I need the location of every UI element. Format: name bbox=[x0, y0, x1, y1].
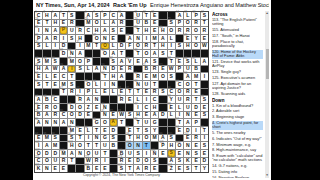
grid-cell[interactable]: 3A bbox=[52, 12, 59, 19]
grid-cell[interactable]: D bbox=[159, 112, 166, 119]
grid-cell[interactable]: T bbox=[201, 20, 208, 27]
grid-cell[interactable]: 47L bbox=[192, 58, 199, 65]
grid-cell[interactable]: I bbox=[101, 158, 108, 165]
grid-cell[interactable]: 83W bbox=[118, 112, 125, 119]
grid-cell[interactable]: 40M bbox=[68, 58, 75, 65]
grid-cell[interactable]: 53E bbox=[35, 73, 42, 80]
grid-cell[interactable]: 90L bbox=[85, 127, 92, 134]
grid-cell[interactable]: T bbox=[151, 81, 158, 88]
crossword-grid[interactable]: 1C2H3A4T5S6A7S8P9C10A11U12T13E14A15L16P1… bbox=[35, 12, 208, 172]
grid-cell[interactable]: A bbox=[52, 27, 59, 34]
grid-cell[interactable]: L bbox=[176, 104, 183, 111]
grid-cell[interactable]: 56A bbox=[184, 73, 191, 80]
grid-cell[interactable]: O bbox=[68, 112, 75, 119]
grid-cell[interactable]: 38M bbox=[43, 58, 50, 65]
grid-cell[interactable]: Z bbox=[85, 104, 92, 111]
down-clue-16[interactable]: 16. Negative Boolean operator bbox=[212, 176, 263, 178]
grid-cell[interactable]: M bbox=[151, 135, 158, 142]
grid-cell[interactable]: U bbox=[52, 158, 59, 165]
grid-cell[interactable]: O bbox=[76, 104, 83, 111]
grid-cell[interactable]: A bbox=[118, 58, 125, 65]
grid-cell[interactable]: T bbox=[93, 127, 100, 134]
across-clue-120[interactable]: 120. Home of the Hockey Hall of Fame: Ab… bbox=[212, 50, 263, 59]
scrollbar-thumb[interactable] bbox=[266, 49, 269, 79]
grid-cell[interactable]: Y bbox=[201, 165, 208, 172]
down-clue-8[interactable]: 8. High-maintenance, say bbox=[212, 148, 263, 152]
scrabble-tile-cell[interactable]: A bbox=[110, 119, 117, 126]
grid-cell[interactable]: 8P bbox=[101, 12, 108, 19]
grid-cell[interactable]: I bbox=[168, 43, 175, 50]
grid-cell[interactable]: U bbox=[68, 27, 75, 34]
grid-cell[interactable]: N bbox=[110, 81, 117, 88]
grid-cell[interactable]: 55R bbox=[134, 73, 141, 80]
grid-cell[interactable]: U bbox=[143, 81, 150, 88]
grid-cell[interactable]: T bbox=[134, 127, 141, 134]
grid-cell[interactable]: T bbox=[43, 20, 50, 27]
grid-cell[interactable]: D bbox=[192, 104, 199, 111]
grid-cell[interactable]: O bbox=[43, 158, 50, 165]
grid-cell[interactable]: E bbox=[192, 158, 199, 165]
grid-cell[interactable]: O bbox=[101, 119, 108, 126]
grid-cell[interactable]: L bbox=[168, 35, 175, 42]
grid-cell[interactable]: D bbox=[201, 158, 208, 165]
grid-cell[interactable]: 12T bbox=[143, 12, 150, 19]
grid-cell[interactable]: R bbox=[68, 20, 75, 27]
grid-cell[interactable]: N bbox=[43, 27, 50, 34]
grid-cell[interactable]: S bbox=[201, 112, 208, 119]
grid-cell[interactable]: L bbox=[43, 73, 50, 80]
grid-cell[interactable]: T bbox=[151, 43, 158, 50]
grid-cell[interactable]: O bbox=[168, 27, 175, 34]
grid-cell[interactable]: N bbox=[68, 119, 75, 126]
grid-cell[interactable]: M bbox=[192, 73, 199, 80]
grid-cell[interactable]: R bbox=[184, 89, 191, 96]
grid-cell[interactable]: O bbox=[192, 43, 199, 50]
across-clue-118[interactable]: 118. Place to chat, paradoxically bbox=[212, 40, 263, 49]
grid-cell[interactable]: 33D bbox=[60, 50, 67, 57]
grid-cell[interactable]: 21S bbox=[168, 20, 175, 27]
grid-cell[interactable]: 36T bbox=[134, 50, 141, 57]
grid-cell[interactable]: T bbox=[76, 135, 83, 142]
grid-cell[interactable]: 93T bbox=[201, 127, 208, 134]
grid-cell[interactable]: K bbox=[184, 158, 191, 165]
grid-cell[interactable]: N bbox=[134, 35, 141, 42]
grid-cell[interactable]: R bbox=[52, 35, 59, 42]
grid-cell[interactable]: 7S bbox=[93, 12, 100, 19]
grid-cell[interactable]: E bbox=[143, 73, 150, 80]
grid-cell[interactable]: E bbox=[101, 165, 108, 172]
grid-cell[interactable]: 89E bbox=[76, 127, 83, 134]
grid-cell[interactable]: 14A bbox=[176, 12, 183, 19]
grid-cell[interactable]: 54T bbox=[101, 73, 108, 80]
grid-cell[interactable]: O bbox=[143, 158, 150, 165]
down-clue-7[interactable]: 7. Minimum wage, e.g. bbox=[212, 143, 263, 147]
grid-cell[interactable]: 84A bbox=[35, 119, 42, 126]
grid-cell[interactable]: 82E bbox=[110, 112, 117, 119]
grid-cell[interactable]: E bbox=[201, 35, 208, 42]
grid-cell[interactable]: 17S bbox=[201, 12, 208, 19]
grid-cell[interactable]: 96S bbox=[52, 135, 59, 142]
across-clue-127[interactable]: 127. Apt domain for an aspiring Justice? bbox=[212, 82, 263, 91]
grid-cell[interactable]: E bbox=[143, 89, 150, 96]
across-clue-123[interactable]: 123. Single guy? bbox=[212, 70, 263, 74]
grid-cell[interactable]: 59L bbox=[93, 81, 100, 88]
grid-cell[interactable]: S bbox=[176, 158, 183, 165]
grid-cell[interactable]: P bbox=[85, 89, 92, 96]
grid-cell[interactable]: N bbox=[101, 35, 108, 42]
grid-cell[interactable]: E bbox=[176, 150, 183, 157]
grid-cell[interactable]: O bbox=[76, 142, 83, 149]
grid-cell[interactable]: D bbox=[76, 112, 83, 119]
grid-cell[interactable]: T bbox=[43, 81, 50, 88]
grid-cell[interactable]: P bbox=[192, 119, 199, 126]
grid-cell[interactable]: 30S bbox=[35, 43, 42, 50]
grid-cell[interactable]: M bbox=[52, 142, 59, 149]
grid-cell[interactable]: R bbox=[201, 27, 208, 34]
grid-cell[interactable]: A bbox=[101, 27, 108, 34]
grid-cell[interactable]: D bbox=[52, 150, 59, 157]
grid-cell[interactable]: T bbox=[68, 73, 75, 80]
grid-cell[interactable]: N bbox=[43, 119, 50, 126]
grid-cell[interactable]: E bbox=[192, 112, 199, 119]
grid-cell[interactable]: C bbox=[151, 96, 158, 103]
grid-cell[interactable]: E bbox=[201, 104, 208, 111]
grid-cell[interactable]: A bbox=[60, 119, 67, 126]
grid-cell[interactable]: A bbox=[201, 58, 208, 65]
grid-cell[interactable]: 71R bbox=[118, 96, 125, 103]
grid-cell[interactable]: E bbox=[151, 20, 158, 27]
grid-cell[interactable]: 16P bbox=[192, 12, 199, 19]
scrabble-tile-cell[interactable]: P bbox=[60, 27, 67, 34]
grid-cell[interactable]: T bbox=[143, 142, 150, 149]
grid-cell[interactable]: E bbox=[192, 89, 199, 96]
grid-cell[interactable]: I bbox=[101, 81, 108, 88]
across-clue-128[interactable]: 128. Scanning aids bbox=[212, 92, 263, 96]
grid-cell[interactable]: G bbox=[151, 119, 158, 126]
grid-cell[interactable]: E bbox=[110, 35, 117, 42]
down-clue-5[interactable]: 5. The ones nearby bbox=[212, 131, 263, 135]
grid-cell[interactable]: 60N bbox=[134, 81, 141, 88]
grid-cell[interactable]: N bbox=[184, 150, 191, 157]
grid-cell[interactable]: O bbox=[93, 20, 100, 27]
grid-cell[interactable]: 58O bbox=[85, 81, 92, 88]
grid-cell[interactable]: I bbox=[143, 150, 150, 157]
grid-cell[interactable]: A bbox=[184, 119, 191, 126]
grid-cell[interactable]: A bbox=[43, 66, 50, 73]
grid-cell[interactable]: E bbox=[134, 58, 141, 65]
grid-cell[interactable]: 101E bbox=[184, 135, 191, 142]
grid-cell[interactable]: O bbox=[143, 135, 150, 142]
grid-cell[interactable]: Y bbox=[151, 127, 158, 134]
grid-cell[interactable]: 65T bbox=[126, 89, 133, 96]
grid-cell[interactable]: A bbox=[43, 112, 50, 119]
grid-cell[interactable]: R bbox=[151, 89, 158, 96]
grid-cell[interactable]: D bbox=[43, 150, 50, 157]
grid-cell[interactable]: 100S bbox=[168, 135, 175, 142]
grid-cell[interactable]: S bbox=[151, 58, 158, 65]
grid-cell[interactable]: P bbox=[176, 66, 183, 73]
grid-cell[interactable]: U bbox=[126, 150, 133, 157]
grid-cell[interactable]: 28A bbox=[126, 35, 133, 42]
grid-cell[interactable]: H bbox=[134, 135, 141, 142]
grid-cell[interactable]: W bbox=[168, 66, 175, 73]
grid-cell[interactable]: 106O bbox=[176, 142, 183, 149]
grid-cell[interactable]: 42S bbox=[110, 58, 117, 65]
grid-cell[interactable]: E bbox=[159, 150, 166, 157]
grid-cell[interactable]: R bbox=[176, 27, 183, 34]
grid-cell[interactable]: L bbox=[93, 89, 100, 96]
grid-cell[interactable]: 23R bbox=[76, 27, 83, 34]
across-clue-115[interactable]: 115. Attenuated bbox=[212, 28, 263, 32]
grid-cell[interactable]: 80C bbox=[60, 112, 67, 119]
grid-cell[interactable]: R bbox=[52, 112, 59, 119]
grid-cell[interactable]: S bbox=[201, 142, 208, 149]
grid-cell[interactable]: S bbox=[168, 73, 175, 80]
grid-cell[interactable]: N bbox=[184, 142, 191, 149]
grid-cell[interactable]: O bbox=[143, 50, 150, 57]
grid-cell[interactable]: 75D bbox=[68, 104, 75, 111]
grid-cell[interactable]: S bbox=[151, 158, 158, 165]
grid-cell[interactable]: 61C bbox=[176, 81, 183, 88]
grid-cell[interactable]: N bbox=[134, 142, 141, 149]
grid-cell[interactable]: O bbox=[184, 81, 191, 88]
grid-cell[interactable]: I bbox=[192, 127, 199, 134]
grid-cell[interactable]: N bbox=[52, 119, 59, 126]
grid-cell[interactable]: 41P bbox=[85, 58, 92, 65]
grid-cell[interactable]: I bbox=[143, 35, 150, 42]
grid-cell[interactable]: 72Y bbox=[168, 96, 175, 103]
grid-cell[interactable]: T bbox=[118, 119, 125, 126]
grid-cell[interactable]: E bbox=[101, 89, 108, 96]
grid-cell[interactable]: O bbox=[76, 58, 83, 65]
grid-cell[interactable]: N bbox=[93, 135, 100, 142]
grid-cell[interactable]: A bbox=[151, 112, 158, 119]
grid-cell[interactable]: 32D bbox=[118, 43, 125, 50]
grid-cell[interactable]: 22I bbox=[35, 27, 42, 34]
grid-cell[interactable]: R bbox=[151, 66, 158, 73]
grid-cell[interactable]: 19M bbox=[85, 20, 92, 27]
grid-cell[interactable]: U bbox=[101, 142, 108, 149]
grid-cell[interactable]: L bbox=[43, 43, 50, 50]
grid-cell[interactable]: D bbox=[110, 127, 117, 134]
grid-cell[interactable]: S bbox=[184, 165, 191, 172]
grid-cell[interactable]: 103H bbox=[68, 142, 75, 149]
grid-cell[interactable]: E bbox=[126, 96, 133, 103]
grid-cell[interactable]: R bbox=[126, 66, 133, 73]
clue-scrollbar[interactable]: ▲ ▼ bbox=[265, 11, 269, 178]
grid-cell[interactable]: 62T bbox=[60, 89, 67, 96]
grid-cell[interactable]: R bbox=[192, 135, 199, 142]
grid-cell[interactable]: 13E bbox=[151, 12, 158, 19]
grid-cell[interactable]: 81N bbox=[101, 112, 108, 119]
down-clue-3[interactable]: 3. Beginning stage bbox=[212, 115, 263, 119]
grid-cell[interactable]: 78E bbox=[168, 104, 175, 111]
grid-cell[interactable]: 35O bbox=[101, 50, 108, 57]
grid-cell[interactable]: O bbox=[184, 20, 191, 27]
grid-cell[interactable]: L bbox=[110, 89, 117, 96]
grid-cell[interactable]: A bbox=[159, 35, 166, 42]
grid-cell[interactable]: S bbox=[159, 89, 166, 96]
grid-cell[interactable]: 118Z bbox=[168, 165, 175, 172]
scrabble-tile-cell[interactable]: I bbox=[68, 66, 75, 73]
grid-cell[interactable]: A bbox=[93, 66, 100, 73]
grid-cell[interactable]: E bbox=[60, 165, 67, 172]
grid-cell[interactable]: H bbox=[184, 43, 191, 50]
grid-cell[interactable]: 25H bbox=[159, 27, 166, 34]
grid-cell[interactable]: B bbox=[192, 66, 199, 73]
grid-cell[interactable]: S bbox=[68, 81, 75, 88]
grid-cell[interactable]: Y bbox=[192, 35, 199, 42]
down-clue-9[interactable]: 9. Exam with "calculator" and "no calcul… bbox=[212, 154, 263, 163]
down-clue-1[interactable]: 1. Kin of a bloodhound? bbox=[212, 104, 263, 108]
grid-cell[interactable]: S bbox=[134, 150, 141, 157]
grid-cell[interactable]: E bbox=[101, 127, 108, 134]
grid-cell[interactable]: 70R bbox=[76, 96, 83, 103]
grid-cell[interactable]: T bbox=[85, 142, 92, 149]
grid-cell[interactable]: L bbox=[168, 112, 175, 119]
grid-cell[interactable]: R bbox=[184, 96, 191, 103]
grid-cell[interactable]: 69C bbox=[52, 96, 59, 103]
grid-cell[interactable]: U bbox=[143, 119, 150, 126]
grid-cell[interactable]: S bbox=[68, 35, 75, 42]
grid-cell[interactable]: W bbox=[52, 66, 59, 73]
grid-cell[interactable]: R bbox=[68, 89, 75, 96]
grid-cell[interactable]: E bbox=[52, 81, 59, 88]
grid-cell[interactable]: 27O bbox=[93, 35, 100, 42]
grid-cell[interactable]: H bbox=[151, 104, 158, 111]
grid-cell[interactable]: S bbox=[176, 43, 183, 50]
grid-cell[interactable]: N bbox=[93, 96, 100, 103]
grid-cell[interactable]: 46S bbox=[184, 58, 191, 65]
grid-cell[interactable]: E bbox=[126, 158, 133, 165]
grid-cell[interactable]: O bbox=[176, 89, 183, 96]
grid-cell[interactable]: 57S bbox=[35, 81, 42, 88]
grid-cell[interactable]: 104O bbox=[126, 142, 133, 149]
grid-cell[interactable]: H bbox=[93, 27, 100, 34]
grid-cell[interactable]: A bbox=[76, 50, 83, 57]
grid-cell[interactable]: P bbox=[176, 20, 183, 27]
grid-cell[interactable]: 24T bbox=[134, 27, 141, 34]
grid-cell[interactable]: E bbox=[201, 150, 208, 157]
grid-cell[interactable]: L bbox=[85, 66, 92, 73]
grid-cell[interactable]: 31I bbox=[76, 43, 83, 50]
grid-cell[interactable]: R bbox=[143, 165, 150, 172]
grid-cell[interactable]: 87T bbox=[176, 119, 183, 126]
grid-cell[interactable]: N bbox=[76, 150, 83, 157]
grid-cell[interactable]: M bbox=[85, 43, 92, 50]
grid-cell[interactable]: O bbox=[159, 73, 166, 80]
grid-cell[interactable]: E bbox=[52, 165, 59, 172]
grid-cell[interactable]: 67A bbox=[35, 96, 42, 103]
grid-cell[interactable]: R bbox=[143, 43, 150, 50]
grid-cell[interactable]: 43V bbox=[126, 58, 133, 65]
grid-cell[interactable]: C bbox=[143, 104, 150, 111]
across-clue-125[interactable]: 125. Executive's acumen bbox=[212, 76, 263, 80]
grid-cell[interactable]: 68B bbox=[43, 96, 50, 103]
down-clue-14[interactable]: 14. G-7 nations, e.g. bbox=[212, 164, 263, 168]
grid-cell[interactable]: T bbox=[168, 50, 175, 57]
grid-cell[interactable]: H bbox=[159, 43, 166, 50]
grid-cell[interactable]: R bbox=[118, 20, 125, 27]
grid-cell[interactable]: E bbox=[52, 73, 59, 80]
grid-cell[interactable]: E bbox=[192, 142, 199, 149]
grid-cell[interactable]: D bbox=[134, 158, 141, 165]
grid-cell[interactable]: E bbox=[85, 112, 92, 119]
scroll-down-icon[interactable]: ▼ bbox=[265, 173, 269, 178]
grid-cell[interactable]: S bbox=[110, 27, 117, 34]
grid-cell[interactable]: 86T bbox=[134, 119, 141, 126]
grid-cell[interactable]: R bbox=[192, 20, 199, 27]
grid-cell[interactable]: 110N bbox=[151, 150, 158, 157]
grid-cell[interactable]: A bbox=[68, 150, 75, 157]
grid-cell[interactable]: T bbox=[134, 89, 141, 96]
grid-cell[interactable]: N bbox=[184, 112, 191, 119]
grid-cell[interactable]: E bbox=[151, 165, 158, 172]
grid-cell[interactable]: E bbox=[176, 165, 183, 172]
grid-cell[interactable]: A bbox=[43, 35, 50, 42]
grid-cell[interactable]: S bbox=[159, 50, 166, 57]
grid-cell[interactable]: M bbox=[151, 35, 158, 42]
grid-cell[interactable]: A bbox=[134, 165, 141, 172]
grid-cell[interactable]: T bbox=[93, 43, 100, 50]
across-clue-121[interactable]: 121. Device that works with AirPlay bbox=[212, 60, 263, 69]
grid-cell[interactable]: 95M bbox=[43, 135, 50, 142]
grid-cell[interactable]: E bbox=[60, 20, 67, 27]
grid-cell[interactable]: E bbox=[151, 27, 158, 34]
grid-cell[interactable]: C bbox=[85, 27, 92, 34]
grid-cell[interactable]: 117S bbox=[118, 165, 125, 172]
grid-cell[interactable]: E bbox=[93, 104, 100, 111]
grid-cell[interactable]: I bbox=[201, 73, 208, 80]
across-clue-117[interactable]: 117. "South," in Hanoi bbox=[212, 34, 263, 38]
grid-cell[interactable]: G bbox=[101, 135, 108, 142]
grid-cell[interactable]: E bbox=[118, 27, 125, 34]
grid-cell[interactable]: 49A bbox=[60, 66, 67, 73]
grid-cell[interactable]: 85G bbox=[93, 119, 100, 126]
grid-cell[interactable]: T bbox=[101, 150, 108, 157]
grid-cell[interactable]: 92E bbox=[176, 127, 183, 134]
grid-cell[interactable]: T bbox=[118, 50, 125, 57]
grid-cell[interactable]: U bbox=[93, 150, 100, 157]
grid-cell[interactable]: H bbox=[110, 73, 117, 80]
grid-cell[interactable]: R bbox=[60, 158, 67, 165]
grid-cell[interactable]: S bbox=[110, 135, 117, 142]
grid-cell[interactable]: 9C bbox=[110, 12, 117, 19]
grid-cell[interactable]: M bbox=[151, 73, 158, 80]
grid-cell[interactable]: O bbox=[192, 27, 199, 34]
grid-cell[interactable]: I bbox=[143, 96, 150, 103]
grid-cell[interactable]: H bbox=[168, 142, 175, 149]
grid-cell[interactable]: 45E bbox=[176, 58, 183, 65]
grid-cell[interactable]: H bbox=[52, 20, 59, 27]
grid-cell[interactable]: I bbox=[52, 43, 59, 50]
grid-cell[interactable]: 52E bbox=[159, 66, 166, 73]
across-clue-113[interactable]: 113. "The English Patient" setting bbox=[212, 18, 263, 27]
grid-cell[interactable]: A bbox=[110, 50, 117, 57]
grid-cell[interactable]: T bbox=[192, 81, 199, 88]
grid-cell[interactable]: S bbox=[192, 150, 199, 157]
grid-cell[interactable]: 34N bbox=[68, 50, 75, 57]
grid-cell[interactable]: H bbox=[143, 27, 150, 34]
grid-cell[interactable]: T bbox=[192, 165, 199, 172]
down-clue-6[interactable]: 6. Indicates "Out of my way!" bbox=[212, 137, 263, 141]
grid-cell[interactable]: A bbox=[118, 73, 125, 80]
grid-cell[interactable]: 51B bbox=[143, 66, 150, 73]
grid-cell[interactable]: 102I bbox=[35, 142, 42, 149]
grid-cell[interactable]: F bbox=[126, 43, 133, 50]
grid-cell[interactable]: T bbox=[126, 165, 133, 172]
grid-cell[interactable]: 4T bbox=[60, 12, 67, 19]
